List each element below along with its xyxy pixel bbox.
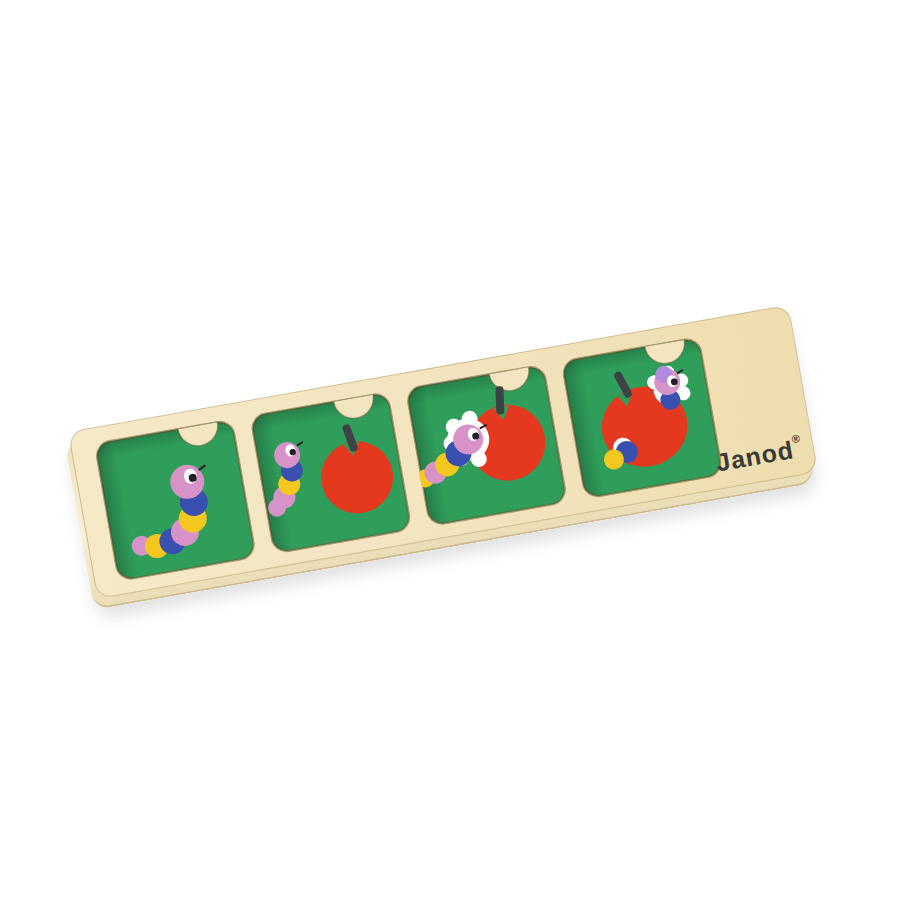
tile-4-art [560, 336, 725, 501]
product-photo: Janod® [0, 0, 900, 900]
puzzle-tile-4[interactable] [560, 336, 725, 501]
brand-name: Janod [714, 435, 796, 476]
puzzle-tile-2[interactable] [249, 391, 414, 556]
puzzle-board-wrap: Janod® [68, 305, 818, 600]
registered-trademark: ® [791, 432, 802, 445]
apple-stem [495, 386, 504, 414]
tile-1-art [93, 418, 258, 583]
puzzle-tile-1[interactable] [93, 418, 258, 583]
puzzle-tile-3[interactable] [404, 363, 569, 528]
tile-2-art [249, 391, 414, 556]
puzzle-board: Janod® [68, 305, 818, 600]
tile-3-art [404, 363, 569, 528]
brand-logo: Janod® [708, 433, 812, 479]
